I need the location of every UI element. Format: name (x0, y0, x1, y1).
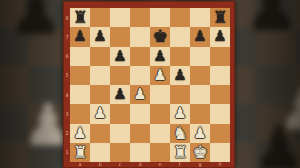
square-b7[interactable]: ♟ (90, 27, 110, 46)
square-g6[interactable] (190, 47, 210, 66)
board-grid: ♜♜♟♟♚♟♟♟♟♟♟♟♟♟♟♟♞♟♜♜♚ (70, 8, 230, 162)
square-b1[interactable] (90, 143, 110, 162)
piece-white-knight-f2[interactable]: ♞ (172, 125, 187, 142)
square-b8[interactable] (90, 8, 110, 27)
square-h3[interactable] (210, 104, 230, 123)
square-e5[interactable]: ♟ (150, 66, 170, 85)
square-f1[interactable]: ♜ (170, 143, 190, 162)
square-e8[interactable] (150, 8, 170, 27)
piece-black-rook-h8[interactable]: ♜ (212, 9, 227, 26)
piece-black-pawn-a7[interactable]: ♟ (73, 29, 86, 44)
square-e7[interactable]: ♚ (150, 27, 170, 46)
square-f8[interactable] (170, 8, 190, 27)
square-f3[interactable]: ♟ (170, 104, 190, 123)
square-c4[interactable]: ♟ (110, 85, 130, 104)
square-a8[interactable]: ♜ (70, 8, 90, 27)
piece-black-pawn-g7[interactable]: ♟ (193, 29, 206, 44)
square-e2[interactable] (150, 124, 170, 143)
square-e3[interactable] (150, 104, 170, 123)
square-d7[interactable] (130, 27, 150, 46)
square-d5[interactable] (130, 66, 150, 85)
square-f6[interactable] (170, 47, 190, 66)
chess-board: 87654321 abcdefgh ♜♜♟♟♚♟♟♟♟♟♟♟♟♟♟♟♞♟♜♜♚ (63, 1, 235, 168)
square-d8[interactable] (130, 8, 150, 27)
square-g4[interactable] (190, 85, 210, 104)
square-h6[interactable] (210, 47, 230, 66)
piece-white-pawn-f3[interactable]: ♟ (173, 106, 186, 121)
square-g7[interactable]: ♟ (190, 27, 210, 46)
square-c8[interactable] (110, 8, 130, 27)
square-g3[interactable] (190, 104, 210, 123)
piece-black-pawn-f5[interactable]: ♟ (173, 68, 186, 83)
square-e6[interactable]: ♟ (150, 47, 170, 66)
square-c7[interactable] (110, 27, 130, 46)
square-a2[interactable]: ♟ (70, 124, 90, 143)
square-d3[interactable] (130, 104, 150, 123)
piece-black-pawn-e6[interactable]: ♟ (153, 49, 166, 64)
square-g1[interactable]: ♚ (190, 143, 210, 162)
piece-black-pawn-h7[interactable]: ♟ (213, 29, 226, 44)
square-a1[interactable]: ♜ (70, 143, 90, 162)
piece-white-pawn-a2[interactable]: ♟ (73, 126, 86, 141)
square-b4[interactable] (90, 85, 110, 104)
square-a7[interactable]: ♟ (70, 27, 90, 46)
square-a4[interactable] (70, 85, 90, 104)
square-h4[interactable] (210, 85, 230, 104)
square-d1[interactable] (130, 143, 150, 162)
square-d6[interactable] (130, 47, 150, 66)
piece-white-rook-f1[interactable]: ♜ (172, 144, 187, 161)
square-a6[interactable] (70, 47, 90, 66)
piece-black-pawn-c6[interactable]: ♟ (113, 49, 126, 64)
square-c1[interactable] (110, 143, 130, 162)
square-f2[interactable]: ♞ (170, 124, 190, 143)
square-g2[interactable]: ♟ (190, 124, 210, 143)
piece-white-king-g1[interactable]: ♚ (192, 144, 207, 161)
square-b6[interactable] (90, 47, 110, 66)
square-h1[interactable] (210, 143, 230, 162)
square-d4[interactable]: ♟ (130, 85, 150, 104)
piece-white-pawn-d4[interactable]: ♟ (133, 87, 146, 102)
square-c3[interactable] (110, 104, 130, 123)
square-h2[interactable] (210, 124, 230, 143)
square-b3[interactable]: ♟ (90, 104, 110, 123)
square-c2[interactable] (110, 124, 130, 143)
square-h7[interactable]: ♟ (210, 27, 230, 46)
square-d2[interactable] (130, 124, 150, 143)
piece-black-pawn-c4[interactable]: ♟ (113, 87, 126, 102)
square-f4[interactable] (170, 85, 190, 104)
square-g5[interactable] (190, 66, 210, 85)
piece-white-pawn-g2[interactable]: ♟ (193, 126, 206, 141)
square-f7[interactable] (170, 27, 190, 46)
piece-black-pawn-b7[interactable]: ♟ (93, 29, 106, 44)
square-e4[interactable] (150, 85, 170, 104)
square-c6[interactable]: ♟ (110, 47, 130, 66)
square-g8[interactable] (190, 8, 210, 27)
square-f5[interactable]: ♟ (170, 66, 190, 85)
square-h5[interactable] (210, 66, 230, 85)
square-a5[interactable] (70, 66, 90, 85)
piece-white-pawn-b3[interactable]: ♟ (93, 106, 106, 121)
piece-white-rook-a1[interactable]: ♜ (72, 144, 87, 161)
piece-white-pawn-e5[interactable]: ♟ (153, 68, 166, 83)
square-h8[interactable]: ♜ (210, 8, 230, 27)
square-e1[interactable] (150, 143, 170, 162)
square-b2[interactable] (90, 124, 110, 143)
piece-black-king-e7[interactable]: ♚ (152, 28, 167, 45)
piece-black-rook-a8[interactable]: ♜ (72, 9, 87, 26)
square-b5[interactable] (90, 66, 110, 85)
square-c5[interactable] (110, 66, 130, 85)
square-a3[interactable] (70, 104, 90, 123)
